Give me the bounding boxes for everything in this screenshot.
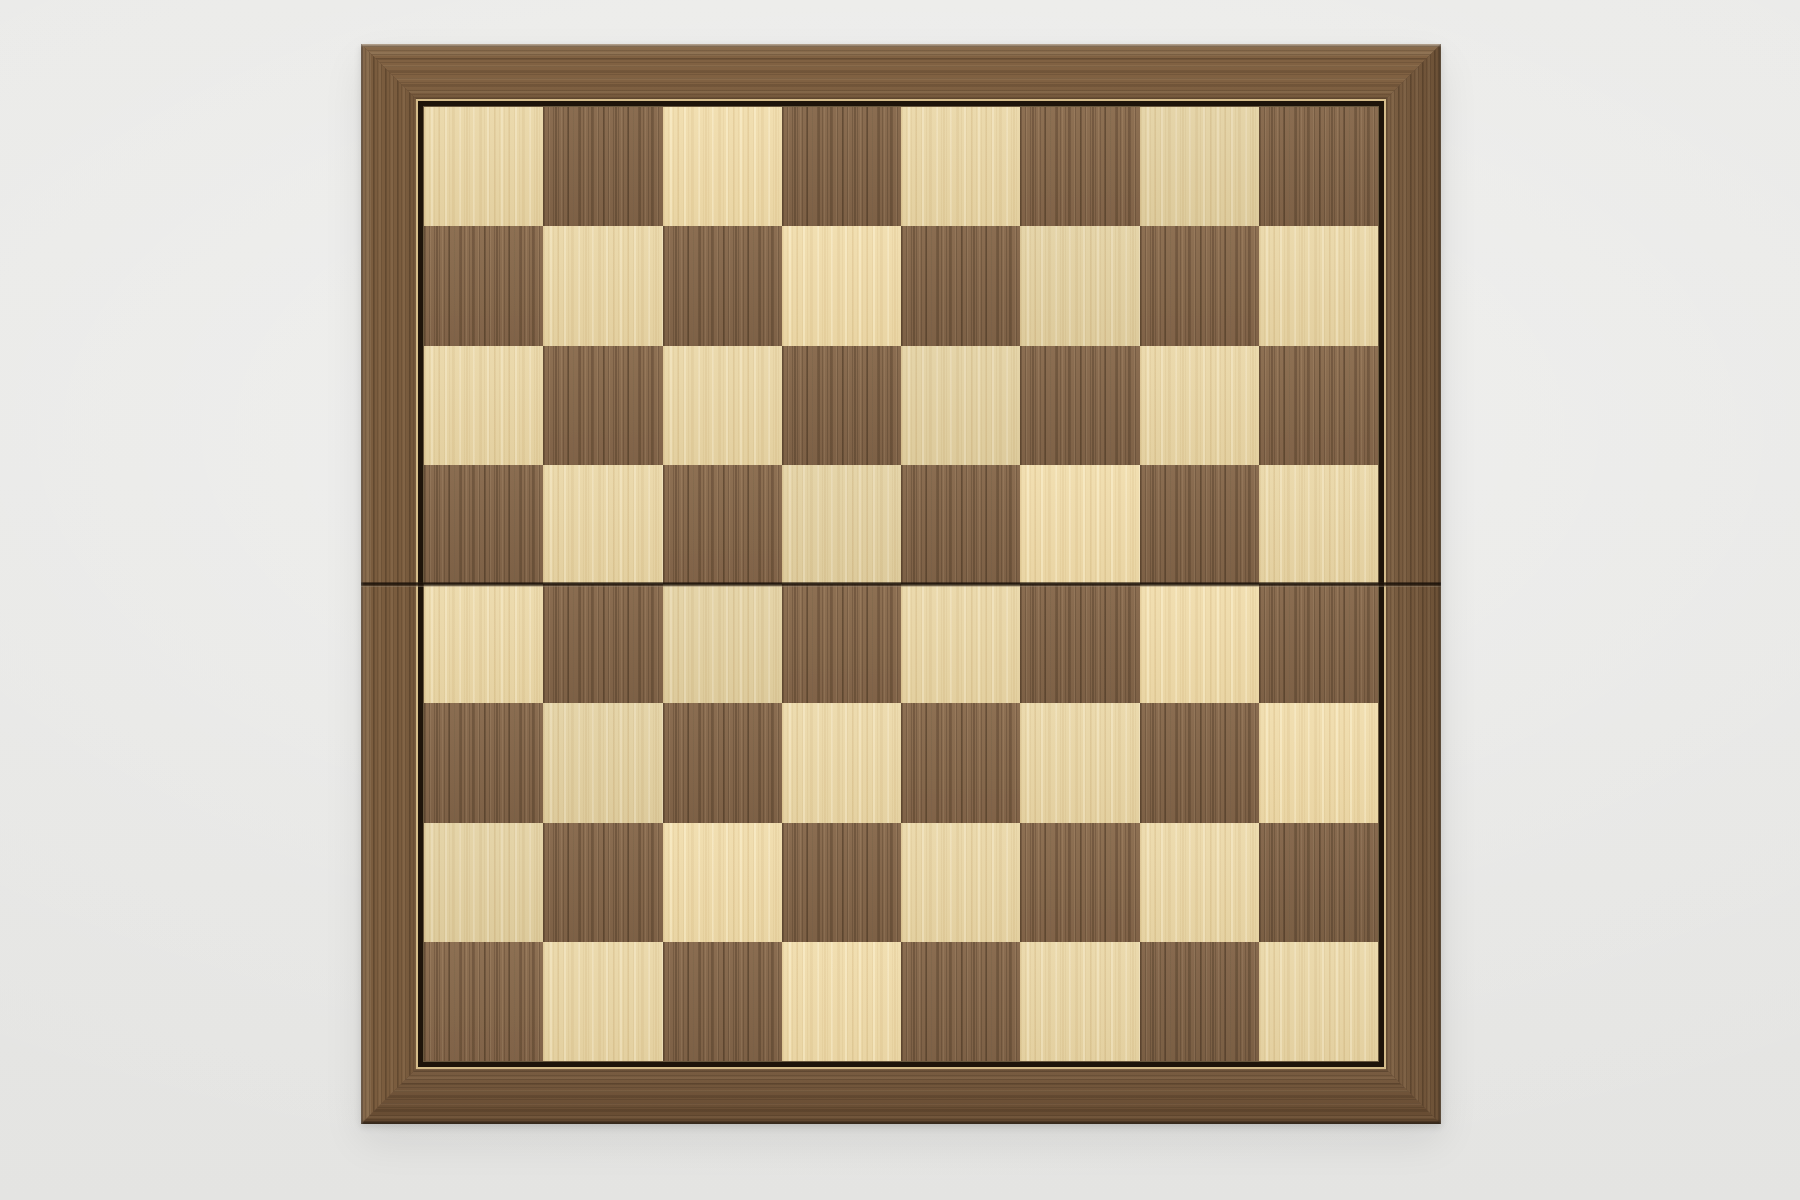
square-c4 (663, 584, 782, 703)
square-a7 (424, 226, 543, 345)
square-c3 (663, 703, 782, 822)
square-g4 (1140, 584, 1259, 703)
square-d7 (782, 226, 901, 345)
square-h4 (1259, 584, 1378, 703)
square-e3 (901, 703, 1020, 822)
square-f7 (1020, 226, 1139, 345)
square-b8 (543, 107, 662, 226)
square-h2 (1259, 823, 1378, 942)
square-f8 (1020, 107, 1139, 226)
square-h5 (1259, 465, 1378, 584)
square-e1 (901, 942, 1020, 1061)
square-c7 (663, 226, 782, 345)
square-c2 (663, 823, 782, 942)
square-a4 (424, 584, 543, 703)
square-e7 (901, 226, 1020, 345)
square-d3 (782, 703, 901, 822)
square-a5 (424, 465, 543, 584)
board-frame-top (361, 44, 1441, 99)
square-g7 (1140, 226, 1259, 345)
square-d5 (782, 465, 901, 584)
square-e6 (901, 346, 1020, 465)
square-e8 (901, 107, 1020, 226)
square-g6 (1140, 346, 1259, 465)
square-b3 (543, 703, 662, 822)
square-d2 (782, 823, 901, 942)
square-b7 (543, 226, 662, 345)
square-d8 (782, 107, 901, 226)
square-f6 (1020, 346, 1139, 465)
square-b6 (543, 346, 662, 465)
square-b4 (543, 584, 662, 703)
square-g2 (1140, 823, 1259, 942)
square-h7 (1259, 226, 1378, 345)
square-f2 (1020, 823, 1139, 942)
square-g3 (1140, 703, 1259, 822)
square-g5 (1140, 465, 1259, 584)
square-f3 (1020, 703, 1139, 822)
square-f4 (1020, 584, 1139, 703)
square-d4 (782, 584, 901, 703)
square-h6 (1259, 346, 1378, 465)
square-h8 (1259, 107, 1378, 226)
square-e5 (901, 465, 1020, 584)
square-c8 (663, 107, 782, 226)
chessboard (361, 44, 1441, 1124)
square-a6 (424, 346, 543, 465)
square-b5 (543, 465, 662, 584)
square-b2 (543, 823, 662, 942)
square-f1 (1020, 942, 1139, 1061)
square-a1 (424, 942, 543, 1061)
square-b1 (543, 942, 662, 1061)
square-e4 (901, 584, 1020, 703)
square-c5 (663, 465, 782, 584)
square-a8 (424, 107, 543, 226)
board-frame-bottom (361, 1069, 1441, 1124)
photo-background (0, 0, 1800, 1200)
square-h3 (1259, 703, 1378, 822)
square-c6 (663, 346, 782, 465)
square-a3 (424, 703, 543, 822)
fold-seam (361, 582, 1441, 587)
square-d6 (782, 346, 901, 465)
square-g8 (1140, 107, 1259, 226)
square-h1 (1259, 942, 1378, 1061)
square-f5 (1020, 465, 1139, 584)
square-g1 (1140, 942, 1259, 1061)
square-a2 (424, 823, 543, 942)
square-c1 (663, 942, 782, 1061)
square-e2 (901, 823, 1020, 942)
square-d1 (782, 942, 901, 1061)
